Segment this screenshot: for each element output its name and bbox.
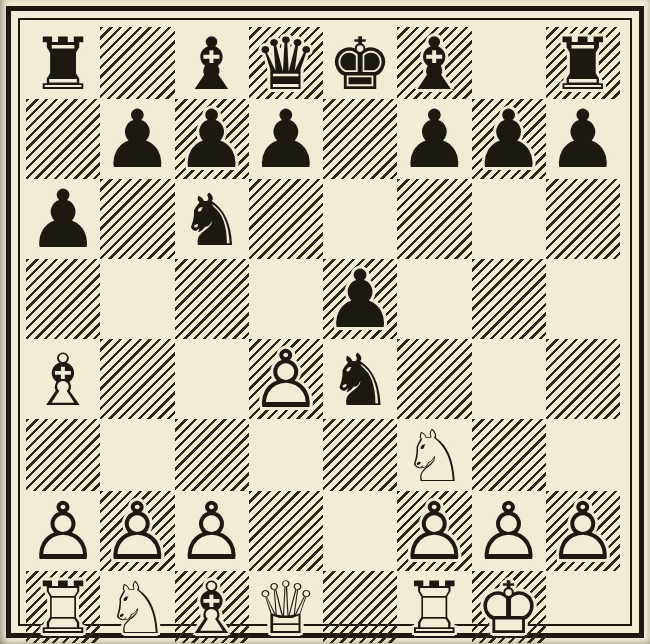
black-pawn-icon: ♟ xyxy=(102,93,174,186)
black-pawn-icon: ♟ xyxy=(547,93,619,186)
square-a8: ♜♜ xyxy=(26,27,100,99)
square-f2: ♟♙ xyxy=(397,491,471,571)
square-f5 xyxy=(397,259,471,339)
square-d4: ♟♙ xyxy=(249,339,323,419)
chess-board: ♜♜♝♝♛♛♚♚♝♝♜♜♟♟♟♟♟♟♟♟♟♟♟♟♟♟♞♞♟♟♝♗♟♙♞♞♞♘♟♙… xyxy=(26,27,620,617)
square-g5 xyxy=(472,259,546,339)
square-g4 xyxy=(472,339,546,419)
square-e3 xyxy=(323,419,397,491)
black-rook-a8: ♜♜ xyxy=(31,28,96,100)
black-pawn-h7: ♟♟ xyxy=(547,100,619,180)
black-bishop-c8: ♝♝ xyxy=(179,28,244,100)
white-queen-icon: ♕ xyxy=(254,566,319,644)
square-h4 xyxy=(546,339,620,419)
black-knight-e4: ♞♞ xyxy=(328,344,393,416)
square-c3 xyxy=(175,419,249,491)
black-pawn-icon: ♟ xyxy=(176,93,248,186)
square-a4: ♝♗ xyxy=(26,339,100,419)
black-pawn-c7: ♟♟ xyxy=(176,100,248,180)
square-f7: ♟♟ xyxy=(397,99,471,179)
white-king-g1: ♚♔ xyxy=(476,572,541,644)
square-d6 xyxy=(249,179,323,259)
square-c4 xyxy=(175,339,249,419)
square-e8: ♚♚ xyxy=(323,27,397,99)
square-d1: ♛♕ xyxy=(249,571,323,643)
white-pawn-g2: ♟♙ xyxy=(473,492,545,572)
square-a7 xyxy=(26,99,100,179)
square-a2: ♟♙ xyxy=(26,491,100,571)
white-pawn-icon: ♙ xyxy=(27,485,99,578)
black-bishop-f8: ♝♝ xyxy=(402,28,467,100)
square-f6 xyxy=(397,179,471,259)
white-rook-a1: ♜♖ xyxy=(31,572,96,644)
square-f4 xyxy=(397,339,471,419)
white-pawn-a2: ♟♙ xyxy=(27,492,99,572)
white-pawn-b2: ♟♙ xyxy=(102,492,174,572)
black-pawn-icon: ♟ xyxy=(250,93,322,186)
square-d2 xyxy=(249,491,323,571)
square-h6 xyxy=(546,179,620,259)
square-c8: ♝♝ xyxy=(175,27,249,99)
white-knight-b1: ♞♘ xyxy=(105,572,170,644)
white-bishop-icon: ♗ xyxy=(31,338,96,422)
square-b4 xyxy=(100,339,174,419)
square-g7: ♟♟ xyxy=(472,99,546,179)
square-a6: ♟♟ xyxy=(26,179,100,259)
square-e1 xyxy=(323,571,397,643)
square-b5 xyxy=(100,259,174,339)
black-pawn-e5: ♟♟ xyxy=(324,260,396,340)
square-b7: ♟♟ xyxy=(100,99,174,179)
white-king-icon: ♔ xyxy=(476,566,541,644)
white-pawn-d4: ♟♙ xyxy=(250,340,322,420)
white-queen-d1: ♛♕ xyxy=(254,572,319,644)
black-pawn-icon: ♟ xyxy=(324,253,396,346)
black-rook-icon: ♜ xyxy=(31,22,96,106)
scanned-chess-diagram-page: ♜♜♝♝♛♛♚♚♝♝♜♜♟♟♟♟♟♟♟♟♟♟♟♟♟♟♞♞♟♟♝♗♟♙♞♞♞♘♟♙… xyxy=(0,0,650,644)
square-h1 xyxy=(546,571,620,643)
black-king-icon: ♚ xyxy=(328,22,393,106)
black-pawn-a6: ♟♟ xyxy=(27,180,99,260)
white-pawn-h2: ♟♙ xyxy=(547,492,619,572)
white-bishop-icon: ♗ xyxy=(179,566,244,644)
white-pawn-icon: ♙ xyxy=(473,485,545,578)
black-knight-icon: ♞ xyxy=(179,178,244,262)
square-h3 xyxy=(546,419,620,491)
square-c1: ♝♗ xyxy=(175,571,249,643)
white-pawn-icon: ♙ xyxy=(547,485,619,578)
square-e5: ♟♟ xyxy=(323,259,397,339)
square-g2: ♟♙ xyxy=(472,491,546,571)
square-f3: ♞♘ xyxy=(397,419,471,491)
square-d8: ♛♛ xyxy=(249,27,323,99)
white-pawn-c2: ♟♙ xyxy=(176,492,248,572)
black-pawn-b7: ♟♟ xyxy=(102,100,174,180)
square-h7: ♟♟ xyxy=(546,99,620,179)
square-e6 xyxy=(323,179,397,259)
white-knight-icon: ♘ xyxy=(105,566,170,644)
square-d3 xyxy=(249,419,323,491)
black-knight-c6: ♞♞ xyxy=(179,184,244,256)
white-knight-f3: ♞♘ xyxy=(402,420,467,492)
square-c6: ♞♞ xyxy=(175,179,249,259)
black-pawn-d7: ♟♟ xyxy=(250,100,322,180)
black-king-e8: ♚♚ xyxy=(328,28,393,100)
black-pawn-g7: ♟♟ xyxy=(473,100,545,180)
black-rook-h8: ♜♜ xyxy=(551,28,616,100)
square-c5 xyxy=(175,259,249,339)
white-rook-f1: ♜♖ xyxy=(402,572,467,644)
square-g8 xyxy=(472,27,546,99)
square-d5 xyxy=(249,259,323,339)
square-e2 xyxy=(323,491,397,571)
white-pawn-icon: ♙ xyxy=(176,485,248,578)
square-a1: ♜♖ xyxy=(26,571,100,643)
square-h8: ♜♜ xyxy=(546,27,620,99)
square-f8: ♝♝ xyxy=(397,27,471,99)
white-rook-icon: ♖ xyxy=(31,566,96,644)
square-c7: ♟♟ xyxy=(175,99,249,179)
white-pawn-icon: ♙ xyxy=(399,485,471,578)
square-e7 xyxy=(323,99,397,179)
square-e4: ♞♞ xyxy=(323,339,397,419)
white-rook-icon: ♖ xyxy=(402,566,467,644)
white-pawn-icon: ♙ xyxy=(102,485,174,578)
black-pawn-icon: ♟ xyxy=(399,93,471,186)
square-h2: ♟♙ xyxy=(546,491,620,571)
black-pawn-icon: ♟ xyxy=(27,173,99,266)
black-pawn-icon: ♟ xyxy=(473,93,545,186)
white-pawn-icon: ♙ xyxy=(250,333,322,426)
white-bishop-c1: ♝♗ xyxy=(179,572,244,644)
square-b6 xyxy=(100,179,174,259)
white-pawn-f2: ♟♙ xyxy=(399,492,471,572)
square-b3 xyxy=(100,419,174,491)
square-b8 xyxy=(100,27,174,99)
black-pawn-f7: ♟♟ xyxy=(399,100,471,180)
square-b2: ♟♙ xyxy=(100,491,174,571)
square-g3 xyxy=(472,419,546,491)
square-a5 xyxy=(26,259,100,339)
square-g6 xyxy=(472,179,546,259)
square-h5 xyxy=(546,259,620,339)
square-b1: ♞♘ xyxy=(100,571,174,643)
square-f1: ♜♖ xyxy=(397,571,471,643)
square-c2: ♟♙ xyxy=(175,491,249,571)
black-queen-d8: ♛♛ xyxy=(254,28,319,100)
square-d7: ♟♟ xyxy=(249,99,323,179)
square-a3 xyxy=(26,419,100,491)
square-g1: ♚♔ xyxy=(472,571,546,643)
black-knight-icon: ♞ xyxy=(328,338,393,422)
white-bishop-a4: ♝♗ xyxy=(31,344,96,416)
